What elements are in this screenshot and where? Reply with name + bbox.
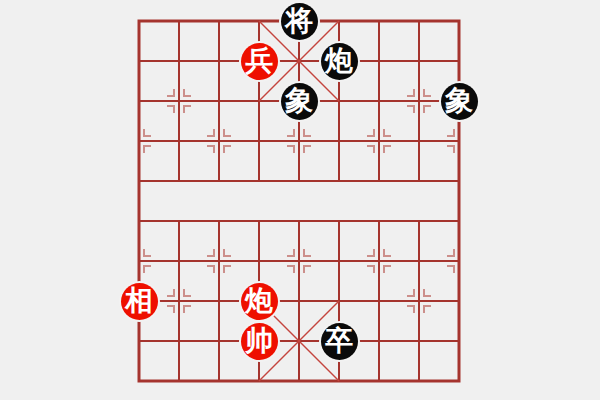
xiangqi-board: 将兵炮象象相炮帅卒 [0, 0, 600, 400]
piece-red-general[interactable]: 帅 [241, 323, 278, 360]
piece-black-general[interactable]: 将 [281, 3, 318, 40]
piece-layer: 将兵炮象象相炮帅卒 [0, 0, 600, 400]
piece-black-cannon[interactable]: 炮 [321, 43, 358, 80]
piece-red-cannon[interactable]: 炮 [241, 283, 278, 320]
piece-red-soldier[interactable]: 兵 [241, 43, 278, 80]
piece-black-elephant-edge[interactable]: 象 [441, 83, 478, 120]
piece-red-elephant[interactable]: 相 [121, 283, 158, 320]
piece-black-elephant-center[interactable]: 象 [281, 83, 318, 120]
piece-black-soldier[interactable]: 卒 [321, 323, 358, 360]
